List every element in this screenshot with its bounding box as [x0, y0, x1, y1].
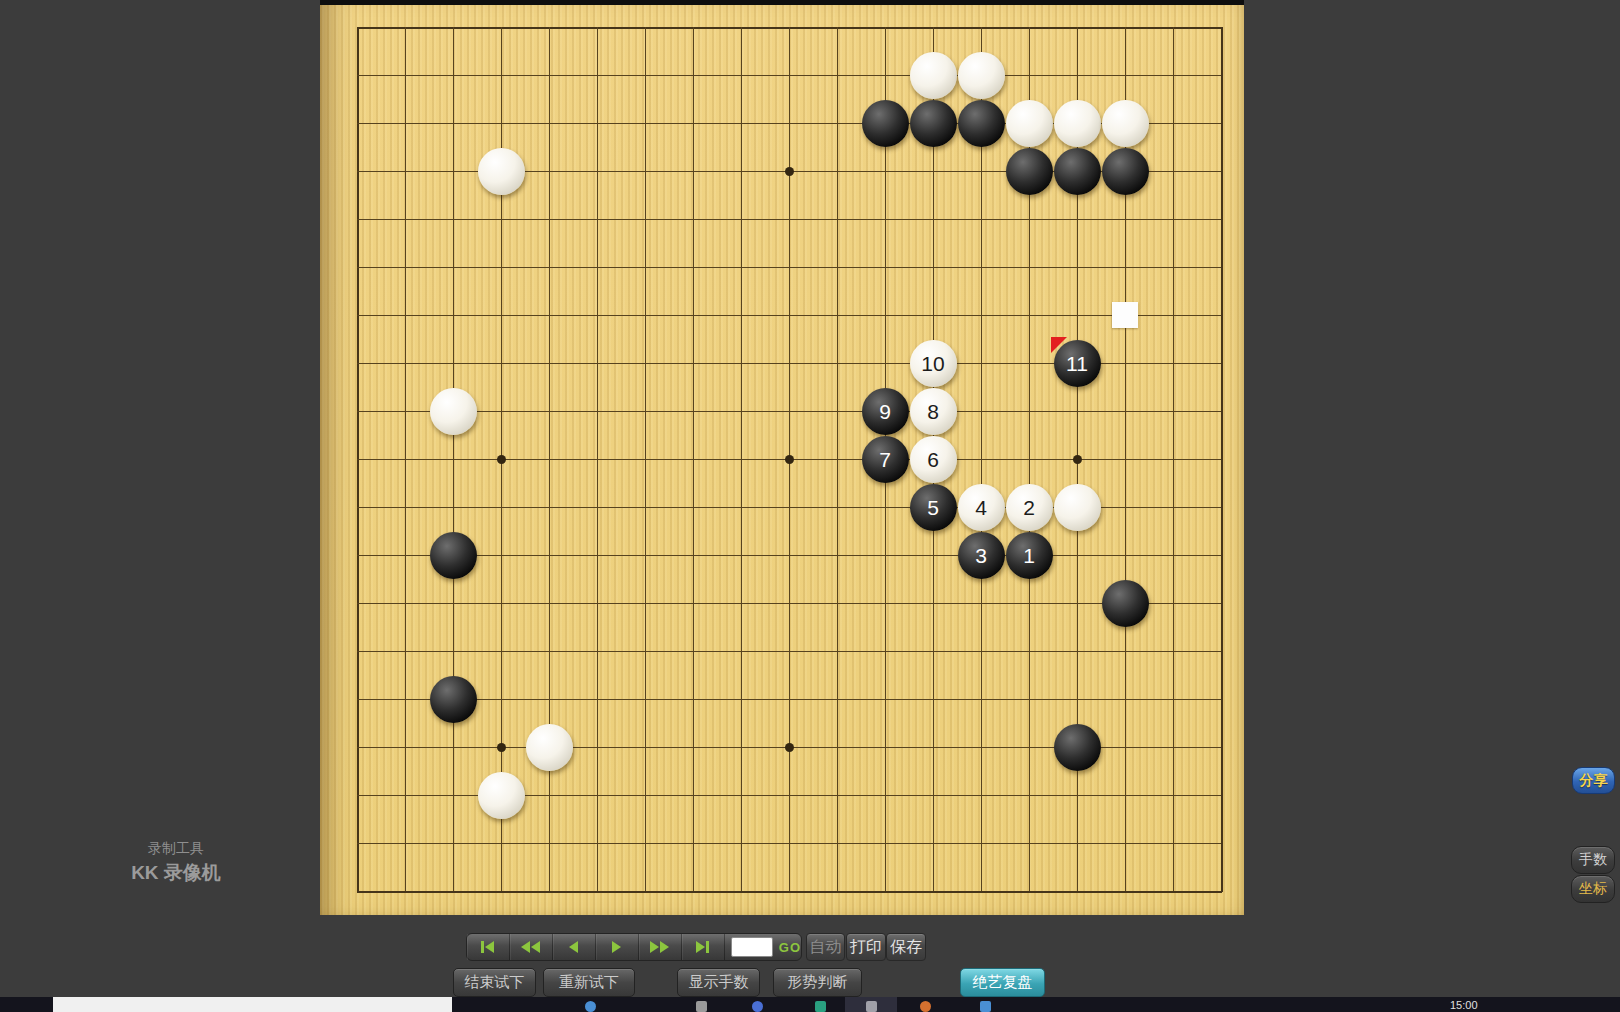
black-stone: [1102, 580, 1149, 627]
save-button[interactable]: 保存: [886, 933, 926, 961]
watermark-line1: 录制工具: [108, 840, 244, 858]
star-point: [1073, 455, 1082, 464]
white-stone: [1006, 100, 1053, 147]
ai-review-button[interactable]: 绝艺复盘: [960, 968, 1045, 997]
grid-line-horizontal: [357, 699, 1222, 700]
auto-button[interactable]: 自动: [806, 933, 845, 961]
move-number-input[interactable]: [731, 937, 773, 957]
white-stone: 8: [910, 388, 957, 435]
step-forward-icon: [612, 941, 621, 953]
move-number-label: 8: [927, 401, 939, 422]
black-stone: [430, 676, 477, 723]
move-number-label: 11: [1066, 353, 1088, 374]
taskbar-clock: 15:00: [1450, 999, 1478, 1011]
white-stone: [478, 772, 525, 819]
white-stone: 10: [910, 340, 957, 387]
grid-line-horizontal: [357, 555, 1222, 556]
print-button[interactable]: 打印: [846, 933, 886, 961]
grid-line-horizontal: [357, 843, 1222, 844]
white-stone: [526, 724, 573, 771]
move-number-label: 10: [921, 353, 944, 374]
black-stone: [1054, 724, 1101, 771]
taskbar-white-window[interactable]: [53, 997, 452, 1012]
black-stone: [1102, 148, 1149, 195]
taskbar-icon-4[interactable]: [815, 1001, 826, 1012]
black-stone: [1006, 148, 1053, 195]
black-stone: 5: [910, 484, 957, 531]
black-stone: 9: [862, 388, 909, 435]
white-stone: [478, 148, 525, 195]
grid-line-horizontal: [357, 603, 1222, 604]
taskbar-icon-6[interactable]: [920, 1001, 931, 1012]
step-forward-button[interactable]: [596, 934, 639, 960]
white-stone: [910, 52, 957, 99]
black-stone: [910, 100, 957, 147]
move-number-label: 4: [975, 497, 987, 518]
star-point: [785, 167, 794, 176]
go-board-panel: 1011987654231: [320, 0, 1244, 915]
grid-line-vertical: [837, 27, 838, 892]
taskbar-icon-5[interactable]: [866, 1001, 877, 1012]
white-stone: [1102, 100, 1149, 147]
goban-grid[interactable]: 1011987654231: [357, 27, 1223, 893]
move-number-label: 7: [879, 449, 891, 470]
recorder-watermark: 录制工具 KK 录像机: [108, 840, 244, 886]
fast-rewind-button[interactable]: [510, 934, 553, 960]
black-stone: 3: [958, 532, 1005, 579]
white-stone: 4: [958, 484, 1005, 531]
white-stone: 6: [910, 436, 957, 483]
move-number-label: 2: [1023, 497, 1035, 518]
move-number-label: 9: [879, 401, 891, 422]
skip-to-end-icon: [696, 941, 705, 953]
grid-line-vertical: [1221, 27, 1223, 892]
taskbar-icon-2[interactable]: [696, 1001, 707, 1012]
white-stone: [430, 388, 477, 435]
skip-to-start-icon: [481, 941, 484, 953]
coordinates-toggle-button[interactable]: 坐标: [1571, 875, 1615, 903]
black-stone: 7: [862, 436, 909, 483]
grid-line-vertical: [981, 27, 982, 892]
red-triangle-marker: [1051, 337, 1067, 353]
step-back-icon: [569, 941, 578, 953]
move-number-label: 5: [927, 497, 939, 518]
restart-trial-button[interactable]: 重新试下: [543, 968, 635, 997]
share-button[interactable]: 分享: [1572, 767, 1615, 794]
white-stone: [1054, 484, 1101, 531]
move-number-label: 1: [1023, 545, 1035, 566]
grid-line-horizontal: [357, 891, 1222, 893]
position-judgement-button[interactable]: 形势判断: [773, 968, 862, 997]
star-point: [497, 455, 506, 464]
star-point: [785, 455, 794, 464]
move-number-label: 6: [927, 449, 939, 470]
skip-to-start-button[interactable]: [467, 934, 510, 960]
taskbar-icon-1[interactable]: [585, 1001, 596, 1012]
watermark-line2: KK 录像机: [108, 860, 244, 886]
grid-line-vertical: [1173, 27, 1174, 892]
move-number-label: 3: [975, 545, 987, 566]
move-count-toggle-button[interactable]: 手数: [1571, 846, 1615, 874]
taskbar-icon-7[interactable]: [980, 1001, 991, 1012]
black-stone: [1054, 148, 1101, 195]
star-point: [785, 743, 794, 752]
grid-line-horizontal: [357, 651, 1222, 652]
taskbar-icon-3[interactable]: [752, 1001, 763, 1012]
black-stone: [862, 100, 909, 147]
white-stone: 2: [1006, 484, 1053, 531]
board-top-edge: [320, 0, 1244, 5]
white-square-marker: [1112, 302, 1138, 328]
step-back-button[interactable]: [553, 934, 596, 960]
fast-forward-button[interactable]: [639, 934, 682, 960]
show-move-numbers-button[interactable]: 显示手数: [677, 968, 760, 997]
star-point: [497, 743, 506, 752]
fast-forward-icon: [650, 941, 659, 953]
go-button[interactable]: GO: [777, 940, 801, 955]
skip-to-end-button[interactable]: [682, 934, 725, 960]
playback-bar: GO: [466, 933, 802, 961]
white-stone: [958, 52, 1005, 99]
white-stone: [1054, 100, 1101, 147]
black-stone: 1: [1006, 532, 1053, 579]
black-stone: [958, 100, 1005, 147]
fast-rewind-icon: [521, 941, 530, 953]
end-trial-button[interactable]: 结束试下: [453, 968, 536, 997]
black-stone: [430, 532, 477, 579]
